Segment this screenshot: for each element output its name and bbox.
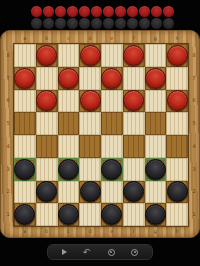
square-b7[interactable] [36, 67, 58, 90]
square-d1[interactable] [79, 203, 101, 226]
tray-black-piece [115, 18, 126, 29]
board-grid [14, 44, 188, 226]
square-d2[interactable] [79, 181, 101, 204]
square-d8[interactable] [79, 44, 101, 67]
rank-label: 5 [189, 112, 199, 135]
red-piece[interactable] [36, 45, 57, 66]
black-piece[interactable] [145, 204, 166, 225]
square-h4[interactable] [166, 135, 188, 158]
black-piece[interactable] [36, 181, 57, 202]
black-piece[interactable] [145, 159, 166, 180]
tray-red-piece [79, 6, 90, 17]
rank-label: 1 [3, 203, 13, 226]
square-b5[interactable] [36, 112, 58, 135]
file-labels-top: abcdefgh [14, 34, 188, 43]
rank-label: 4 [3, 135, 13, 158]
info-icon [131, 249, 138, 256]
black-piece[interactable] [14, 159, 35, 180]
rank-label: 6 [189, 90, 199, 113]
file-label: b [36, 227, 58, 236]
file-label: a [14, 34, 36, 43]
black-piece[interactable] [58, 159, 79, 180]
red-piece[interactable] [123, 45, 144, 66]
red-piece[interactable] [123, 90, 144, 111]
tray-black-piece [43, 18, 54, 29]
square-e6[interactable] [101, 90, 123, 113]
square-e8[interactable] [101, 44, 123, 67]
square-c2[interactable] [58, 181, 80, 204]
info-button[interactable] [128, 248, 141, 257]
square-d5[interactable] [79, 112, 101, 135]
square-f2[interactable] [123, 181, 145, 204]
square-b1[interactable] [36, 203, 58, 226]
square-f8[interactable] [123, 44, 145, 67]
square-f5[interactable] [123, 112, 145, 135]
file-label: e [101, 34, 123, 43]
rank-label: 5 [3, 112, 13, 135]
tray-red-piece [67, 6, 78, 17]
rank-label: 4 [189, 135, 199, 158]
tray-red-piece [43, 6, 54, 17]
tray-red-piece [103, 6, 114, 17]
square-h3[interactable] [166, 158, 188, 181]
square-a4[interactable] [14, 135, 36, 158]
square-e7[interactable] [101, 67, 123, 90]
play-icon [62, 249, 67, 255]
checkers-board: abcdefgh abcdefgh 87654321 87654321 [0, 30, 200, 238]
rank-label: 8 [189, 44, 199, 67]
tray-black-piece [103, 18, 114, 29]
red-piece[interactable] [80, 45, 101, 66]
square-b4[interactable] [36, 135, 58, 158]
square-d4[interactable] [79, 135, 101, 158]
square-a8[interactable] [14, 44, 36, 67]
red-piece[interactable] [101, 68, 122, 89]
settings-button[interactable] [105, 248, 118, 257]
square-g1[interactable] [145, 203, 167, 226]
square-e2[interactable] [101, 181, 123, 204]
square-e3[interactable] [101, 158, 123, 181]
square-c6[interactable] [58, 90, 80, 113]
red-pieces-tray [31, 6, 174, 17]
undo-button[interactable]: ↶ [80, 247, 94, 258]
square-a3[interactable] [14, 158, 36, 181]
square-a7[interactable] [14, 67, 36, 90]
square-f3[interactable] [123, 158, 145, 181]
square-b2[interactable] [36, 181, 58, 204]
square-g7[interactable] [145, 67, 167, 90]
red-piece[interactable] [167, 90, 188, 111]
file-label: g [145, 227, 167, 236]
square-g5[interactable] [145, 112, 167, 135]
file-label: h [166, 34, 188, 43]
square-d3[interactable] [79, 158, 101, 181]
tray-black-piece [31, 18, 42, 29]
rank-labels-left: 87654321 [3, 44, 13, 226]
square-c7[interactable] [58, 67, 80, 90]
square-f4[interactable] [123, 135, 145, 158]
rank-labels-right: 87654321 [189, 44, 199, 226]
square-g6[interactable] [145, 90, 167, 113]
tray-black-piece [139, 18, 150, 29]
square-a6[interactable] [14, 90, 36, 113]
tray-black-piece [79, 18, 90, 29]
black-piece[interactable] [14, 204, 35, 225]
rank-label: 3 [189, 158, 199, 181]
file-label: f [123, 34, 145, 43]
square-h1[interactable] [166, 203, 188, 226]
black-pieces-tray [31, 18, 174, 29]
file-label: h [166, 227, 188, 236]
square-f7[interactable] [123, 67, 145, 90]
red-piece[interactable] [14, 68, 35, 89]
file-label: b [36, 34, 58, 43]
tray-red-piece [31, 6, 42, 17]
tray-red-piece [115, 6, 126, 17]
square-b6[interactable] [36, 90, 58, 113]
tray-red-piece [163, 6, 174, 17]
file-label: c [58, 34, 80, 43]
play-button[interactable] [59, 248, 70, 256]
settings-icon [108, 249, 115, 256]
square-a1[interactable] [14, 203, 36, 226]
square-h7[interactable] [166, 67, 188, 90]
square-c1[interactable] [58, 203, 80, 226]
rank-label: 8 [3, 44, 13, 67]
rank-label: 2 [3, 181, 13, 204]
tray-red-piece [55, 6, 66, 17]
tray-red-piece [139, 6, 150, 17]
red-piece[interactable] [58, 68, 79, 89]
rank-label: 3 [3, 158, 13, 181]
square-g3[interactable] [145, 158, 167, 181]
square-h5[interactable] [166, 112, 188, 135]
square-c4[interactable] [58, 135, 80, 158]
black-piece[interactable] [167, 181, 188, 202]
square-f1[interactable] [123, 203, 145, 226]
rank-label: 1 [189, 203, 199, 226]
square-e1[interactable] [101, 203, 123, 226]
square-g2[interactable] [145, 181, 167, 204]
tray-black-piece [91, 18, 102, 29]
undo-icon: ↶ [83, 247, 92, 257]
square-a2[interactable] [14, 181, 36, 204]
tray-red-piece [127, 6, 138, 17]
black-piece[interactable] [58, 204, 79, 225]
file-label: e [101, 227, 123, 236]
square-a5[interactable] [14, 112, 36, 135]
rank-label: 6 [3, 90, 13, 113]
file-label: g [145, 34, 167, 43]
square-h8[interactable] [166, 44, 188, 67]
rank-label: 7 [189, 67, 199, 90]
black-piece[interactable] [80, 181, 101, 202]
square-e4[interactable] [101, 135, 123, 158]
tray-black-piece [55, 18, 66, 29]
rank-label: 2 [189, 181, 199, 204]
square-b8[interactable] [36, 44, 58, 67]
tray-black-piece [163, 18, 174, 29]
square-e5[interactable] [101, 112, 123, 135]
red-piece[interactable] [145, 68, 166, 89]
tray-black-piece [151, 18, 162, 29]
tray-black-piece [67, 18, 78, 29]
square-c8[interactable] [58, 44, 80, 67]
square-h6[interactable] [166, 90, 188, 113]
file-label: d [79, 34, 101, 43]
black-piece[interactable] [101, 159, 122, 180]
square-f6[interactable] [123, 90, 145, 113]
red-piece[interactable] [36, 90, 57, 111]
square-c5[interactable] [58, 112, 80, 135]
bottom-toolbar: ↶ [47, 244, 153, 260]
checkers-app-screen: abcdefgh abcdefgh 87654321 87654321 ↶ [0, 0, 200, 266]
tray-red-piece [91, 6, 102, 17]
square-g4[interactable] [145, 135, 167, 158]
file-label: a [14, 227, 36, 236]
square-g8[interactable] [145, 44, 167, 67]
red-piece[interactable] [80, 90, 101, 111]
rank-label: 7 [3, 67, 13, 90]
square-d6[interactable] [79, 90, 101, 113]
file-label: c [58, 227, 80, 236]
black-piece[interactable] [123, 181, 144, 202]
red-piece[interactable] [167, 45, 188, 66]
file-label: f [123, 227, 145, 236]
tray-black-piece [127, 18, 138, 29]
square-c3[interactable] [58, 158, 80, 181]
black-piece[interactable] [101, 204, 122, 225]
tray-red-piece [151, 6, 162, 17]
file-label: d [79, 227, 101, 236]
square-b3[interactable] [36, 158, 58, 181]
file-labels-bottom: abcdefgh [14, 227, 188, 236]
square-h2[interactable] [166, 181, 188, 204]
square-d7[interactable] [79, 67, 101, 90]
